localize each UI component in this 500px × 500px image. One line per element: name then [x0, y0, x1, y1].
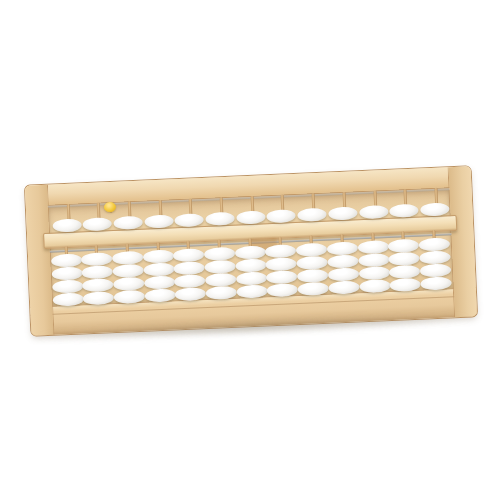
- abacus-board: [25, 166, 477, 335]
- product-photo-scene: [0, 0, 500, 500]
